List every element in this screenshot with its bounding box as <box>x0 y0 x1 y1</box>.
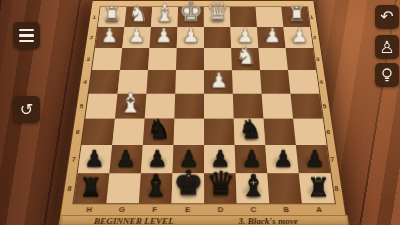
square-f4[interactable] <box>146 70 176 94</box>
square-f2[interactable]: ♟ <box>149 27 177 48</box>
square-f3[interactable] <box>148 48 177 70</box>
square-h5[interactable] <box>85 94 117 119</box>
square-b8[interactable] <box>267 173 302 203</box>
square-g7[interactable]: ♟ <box>109 145 143 173</box>
file-label-d: D <box>204 203 237 215</box>
piece-black-pawn-g7[interactable]: ♟ <box>115 148 135 171</box>
lightbulb-icon <box>379 67 395 83</box>
undo-icon: ↶ <box>380 9 393 25</box>
level-label: BEGINNER LEVEL <box>94 217 174 225</box>
square-e2[interactable]: ♟ <box>177 27 204 48</box>
square-e3[interactable] <box>176 48 204 70</box>
square-e6[interactable] <box>173 119 204 145</box>
file-label-g: G <box>105 203 139 215</box>
file-label-b: B <box>269 203 303 215</box>
player-pawn-icon: ♙ <box>379 39 394 56</box>
piece-black-bishop-f8[interactable]: ♝ <box>142 170 169 200</box>
board-front-edge: BEGINNER LEVEL 3. Black's move <box>58 215 350 225</box>
square-d1[interactable]: ♛ <box>204 7 231 27</box>
piece-white-queen-d1[interactable]: ♛ <box>205 0 229 25</box>
square-c8[interactable]: ♝ <box>236 173 270 203</box>
square-d3[interactable] <box>204 48 232 70</box>
piece-white-pawn-f2[interactable]: ♟ <box>154 26 172 46</box>
piece-white-pawn-d4[interactable]: ♟ <box>209 71 228 92</box>
square-c3[interactable]: ♞ <box>231 48 260 70</box>
square-b6[interactable] <box>263 119 295 145</box>
move-indicator: 3. Black's move <box>238 217 298 225</box>
file-label-f: F <box>138 203 171 215</box>
square-g2[interactable]: ♟ <box>122 27 151 48</box>
piece-white-pawn-a2[interactable]: ♟ <box>290 26 308 46</box>
square-h8[interactable]: ♜ <box>74 173 110 203</box>
square-d6[interactable] <box>204 119 235 145</box>
square-a4[interactable] <box>288 70 319 94</box>
square-b7[interactable]: ♟ <box>265 145 299 173</box>
square-h2[interactable]: ♟ <box>95 27 124 48</box>
hint-button[interactable] <box>375 63 399 87</box>
piece-white-bishop-f1[interactable]: ♝ <box>153 0 175 25</box>
piece-black-pawn-h7[interactable]: ♟ <box>84 148 104 171</box>
file-labels: HGFEDCBA <box>72 203 336 215</box>
chess-board[interactable]: 12345678 12345678 ♜♞♝♚♛♜♟♟♟♟♟♟♟♞♟♝♞♞♟♟♟♟… <box>57 0 348 225</box>
rank-label-8: 8 <box>62 173 76 203</box>
square-c6[interactable]: ♞ <box>234 119 266 145</box>
square-a3[interactable] <box>286 48 316 70</box>
square-e8[interactable]: ♚ <box>172 173 205 203</box>
file-label-c: C <box>237 203 270 215</box>
square-b4[interactable] <box>260 70 290 94</box>
piece-white-bishop-g5[interactable]: ♝ <box>118 89 143 117</box>
square-h7[interactable]: ♟ <box>78 145 112 173</box>
menu-button[interactable] <box>13 22 40 49</box>
player-mode-button[interactable]: ♙ <box>375 35 399 59</box>
square-a5[interactable] <box>290 94 322 119</box>
rotate-board-button[interactable]: ↺ <box>13 96 40 123</box>
piece-black-queen-d8[interactable]: ♛ <box>206 168 235 201</box>
piece-white-rook-h1[interactable]: ♜ <box>102 4 121 25</box>
square-b3[interactable] <box>258 48 288 70</box>
square-e4[interactable] <box>175 70 204 94</box>
square-d4[interactable]: ♟ <box>204 70 233 94</box>
piece-white-knight-g1[interactable]: ♞ <box>128 2 148 25</box>
file-label-e: E <box>171 203 204 215</box>
square-d5[interactable] <box>204 94 234 119</box>
square-f6[interactable]: ♞ <box>143 119 174 145</box>
square-h6[interactable] <box>82 119 115 145</box>
square-b5[interactable] <box>262 94 293 119</box>
undo-button[interactable]: ↶ <box>375 5 399 29</box>
square-a2[interactable]: ♟ <box>283 27 312 48</box>
piece-black-knight-f6[interactable]: ♞ <box>146 116 170 142</box>
rotate-icon: ↺ <box>20 102 33 118</box>
piece-white-king-e1[interactable]: ♚ <box>178 0 203 25</box>
square-g8[interactable] <box>106 173 141 203</box>
piece-white-pawn-e2[interactable]: ♟ <box>182 26 200 46</box>
piece-black-king-e8[interactable]: ♚ <box>173 167 203 201</box>
square-g5[interactable]: ♝ <box>115 94 146 119</box>
square-g6[interactable] <box>112 119 144 145</box>
piece-white-pawn-g2[interactable]: ♟ <box>127 26 145 46</box>
piece-black-pawn-b7[interactable]: ♟ <box>273 148 293 171</box>
square-c4[interactable] <box>232 70 262 94</box>
piece-black-pawn-a7[interactable]: ♟ <box>304 148 324 171</box>
piece-black-bishop-c8[interactable]: ♝ <box>239 170 266 200</box>
piece-black-knight-c6[interactable]: ♞ <box>238 116 262 142</box>
piece-white-pawn-h2[interactable]: ♟ <box>100 26 118 46</box>
piece-black-rook-h8[interactable]: ♜ <box>79 175 102 201</box>
piece-white-rook-a1[interactable]: ♜ <box>287 4 306 25</box>
square-g3[interactable] <box>120 48 150 70</box>
board-squares[interactable]: ♜♞♝♚♛♜♟♟♟♟♟♟♟♞♟♝♞♞♟♟♟♟♟♟♟♟♜♝♚♛♝♜ <box>74 7 335 203</box>
square-a6[interactable] <box>293 119 326 145</box>
square-f8[interactable]: ♝ <box>139 173 173 203</box>
square-a7[interactable]: ♟ <box>296 145 331 173</box>
square-b2[interactable]: ♟ <box>257 27 286 48</box>
square-h3[interactable] <box>92 48 122 70</box>
board-scene: 12345678 12345678 ♜♞♝♚♛♜♟♟♟♟♟♟♟♞♟♝♞♞♟♟♟♟… <box>77 0 329 225</box>
square-d2[interactable] <box>204 27 231 48</box>
square-e5[interactable] <box>174 94 204 119</box>
file-label-h: H <box>72 203 106 215</box>
hamburger-icon <box>19 29 34 43</box>
app-screen: 12345678 12345678 ♜♞♝♚♛♜♟♟♟♟♟♟♟♞♟♝♞♞♟♟♟♟… <box>0 0 400 225</box>
square-h4[interactable] <box>89 70 120 94</box>
piece-black-rook-a8[interactable]: ♜ <box>306 175 329 201</box>
square-d8[interactable]: ♛ <box>204 173 237 203</box>
piece-white-knight-c3[interactable]: ♞ <box>235 44 257 68</box>
piece-white-pawn-b2[interactable]: ♟ <box>263 26 281 46</box>
file-label-a: A <box>302 203 336 215</box>
square-a8[interactable]: ♜ <box>299 173 335 203</box>
